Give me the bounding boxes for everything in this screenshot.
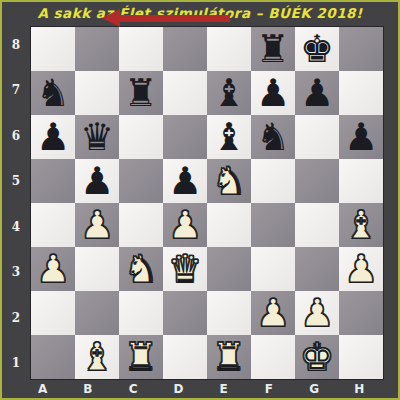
square-g7[interactable]: ♟ bbox=[295, 71, 339, 115]
square-f8[interactable]: ♜ bbox=[251, 27, 295, 71]
square-g6[interactable] bbox=[295, 115, 339, 159]
rank-label-5: 5 bbox=[2, 159, 30, 205]
square-d6[interactable] bbox=[163, 115, 207, 159]
rank-label-4: 4 bbox=[2, 204, 30, 250]
square-d7[interactable] bbox=[163, 71, 207, 115]
square-h2[interactable] bbox=[339, 291, 383, 335]
square-a2[interactable] bbox=[31, 291, 75, 335]
square-g1[interactable]: ♚ bbox=[295, 335, 339, 379]
square-g8[interactable]: ♚ bbox=[295, 27, 339, 71]
square-d2[interactable] bbox=[163, 291, 207, 335]
square-d4[interactable]: ♟ bbox=[163, 203, 207, 247]
black-pawn-piece: ♟ bbox=[80, 159, 114, 203]
white-pawn-piece: ♟ bbox=[168, 203, 202, 247]
square-e8[interactable] bbox=[207, 27, 251, 71]
square-h6[interactable]: ♟ bbox=[339, 115, 383, 159]
black-pawn-piece: ♟ bbox=[168, 159, 202, 203]
square-d1[interactable] bbox=[163, 335, 207, 379]
rank-label-3: 3 bbox=[2, 250, 30, 296]
square-d8[interactable] bbox=[163, 27, 207, 71]
square-b8[interactable] bbox=[75, 27, 119, 71]
rank-label-6: 6 bbox=[2, 113, 30, 159]
square-a8[interactable] bbox=[31, 27, 75, 71]
square-b3[interactable] bbox=[75, 247, 119, 291]
square-g2[interactable]: ♟ bbox=[295, 291, 339, 335]
square-h4[interactable]: ♝ bbox=[339, 203, 383, 247]
white-pawn-piece: ♟ bbox=[80, 203, 114, 247]
white-knight-piece: ♞ bbox=[212, 159, 246, 203]
file-label-f: F bbox=[246, 379, 291, 399]
square-a3[interactable]: ♟ bbox=[31, 247, 75, 291]
black-rook-piece: ♜ bbox=[256, 27, 290, 71]
square-h7[interactable] bbox=[339, 71, 383, 115]
rank-labels: 87654321 bbox=[2, 22, 30, 386]
square-e2[interactable] bbox=[207, 291, 251, 335]
square-f4[interactable] bbox=[251, 203, 295, 247]
square-f2[interactable]: ♟ bbox=[251, 291, 295, 335]
square-e7[interactable]: ♝ bbox=[207, 71, 251, 115]
square-a6[interactable]: ♟ bbox=[31, 115, 75, 159]
square-f7[interactable]: ♟ bbox=[251, 71, 295, 115]
chess-diagram-window: A sakk az Élet szimulátora – BÚÉK 2018! … bbox=[0, 0, 400, 400]
square-g3[interactable] bbox=[295, 247, 339, 291]
square-f3[interactable] bbox=[251, 247, 295, 291]
file-label-a: A bbox=[20, 379, 65, 399]
file-label-e: E bbox=[201, 379, 246, 399]
square-c7[interactable]: ♜ bbox=[119, 71, 163, 115]
file-label-h: H bbox=[337, 379, 382, 399]
white-knight-piece: ♞ bbox=[124, 247, 158, 291]
square-c1[interactable]: ♜ bbox=[119, 335, 163, 379]
black-pawn-piece: ♟ bbox=[256, 71, 290, 115]
square-d5[interactable]: ♟ bbox=[163, 159, 207, 203]
black-rook-piece: ♜ bbox=[124, 71, 158, 115]
square-c6[interactable] bbox=[119, 115, 163, 159]
square-b7[interactable] bbox=[75, 71, 119, 115]
white-pawn-piece: ♟ bbox=[344, 247, 378, 291]
square-e1[interactable]: ♜ bbox=[207, 335, 251, 379]
file-label-g: G bbox=[292, 379, 337, 399]
white-bishop-piece: ♝ bbox=[344, 203, 378, 247]
black-pawn-piece: ♟ bbox=[344, 115, 378, 159]
square-a5[interactable] bbox=[31, 159, 75, 203]
black-knight-piece: ♞ bbox=[36, 71, 70, 115]
square-h1[interactable] bbox=[339, 335, 383, 379]
square-c5[interactable] bbox=[119, 159, 163, 203]
move-arrow-shaft bbox=[119, 15, 230, 22]
black-king-piece: ♚ bbox=[300, 27, 334, 71]
square-g4[interactable] bbox=[295, 203, 339, 247]
rank-label-8: 8 bbox=[2, 22, 30, 68]
move-arrow-head-icon bbox=[102, 9, 120, 27]
square-a7[interactable]: ♞ bbox=[31, 71, 75, 115]
black-bishop-piece: ♝ bbox=[212, 71, 246, 115]
white-rook-piece: ♜ bbox=[124, 335, 158, 379]
square-b5[interactable]: ♟ bbox=[75, 159, 119, 203]
file-label-b: B bbox=[65, 379, 110, 399]
square-f1[interactable] bbox=[251, 335, 295, 379]
white-queen-piece: ♛ bbox=[168, 247, 202, 291]
square-c2[interactable] bbox=[119, 291, 163, 335]
square-b6[interactable]: ♛ bbox=[75, 115, 119, 159]
square-a4[interactable] bbox=[31, 203, 75, 247]
square-f5[interactable] bbox=[251, 159, 295, 203]
square-a1[interactable] bbox=[31, 335, 75, 379]
black-bishop-piece: ♝ bbox=[212, 115, 246, 159]
file-label-d: D bbox=[156, 379, 201, 399]
white-pawn-piece: ♟ bbox=[256, 291, 290, 335]
rank-label-7: 7 bbox=[2, 68, 30, 114]
white-king-piece: ♚ bbox=[300, 335, 334, 379]
square-g5[interactable] bbox=[295, 159, 339, 203]
square-e4[interactable] bbox=[207, 203, 251, 247]
board: ♜♚♞♜♝♟♟♟♛♝♞♟♟♟♞♟♟♝♟♞♛♟♟♟♝♜♜♚ bbox=[30, 26, 384, 380]
file-label-c: C bbox=[111, 379, 156, 399]
white-pawn-piece: ♟ bbox=[36, 247, 70, 291]
square-d3[interactable]: ♛ bbox=[163, 247, 207, 291]
white-pawn-piece: ♟ bbox=[300, 291, 334, 335]
square-c4[interactable] bbox=[119, 203, 163, 247]
black-knight-piece: ♞ bbox=[256, 115, 290, 159]
square-e5[interactable]: ♞ bbox=[207, 159, 251, 203]
square-h3[interactable]: ♟ bbox=[339, 247, 383, 291]
square-h8[interactable] bbox=[339, 27, 383, 71]
square-h5[interactable] bbox=[339, 159, 383, 203]
black-pawn-piece: ♟ bbox=[300, 71, 334, 115]
white-rook-piece: ♜ bbox=[212, 335, 246, 379]
white-bishop-piece: ♝ bbox=[80, 335, 114, 379]
black-queen-piece: ♛ bbox=[80, 115, 114, 159]
square-b4[interactable]: ♟ bbox=[75, 203, 119, 247]
rank-label-2: 2 bbox=[2, 295, 30, 341]
square-e6[interactable]: ♝ bbox=[207, 115, 251, 159]
square-c8[interactable] bbox=[119, 27, 163, 71]
square-c3[interactable]: ♞ bbox=[119, 247, 163, 291]
black-pawn-piece: ♟ bbox=[36, 115, 70, 159]
square-e3[interactable] bbox=[207, 247, 251, 291]
file-labels: ABCDEFGH bbox=[20, 379, 382, 399]
square-f6[interactable]: ♞ bbox=[251, 115, 295, 159]
square-b2[interactable] bbox=[75, 291, 119, 335]
square-b1[interactable]: ♝ bbox=[75, 335, 119, 379]
